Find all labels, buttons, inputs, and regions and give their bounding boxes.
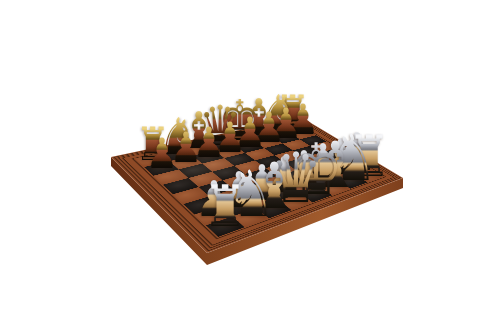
chess-set-photo: ♜♞♝♛♚♝♞♜♟♟♟♟♟♟♟♟♟♟♟♟♟♟♟♟♜♞♝♛♚♝♞♜ <box>0 0 480 320</box>
